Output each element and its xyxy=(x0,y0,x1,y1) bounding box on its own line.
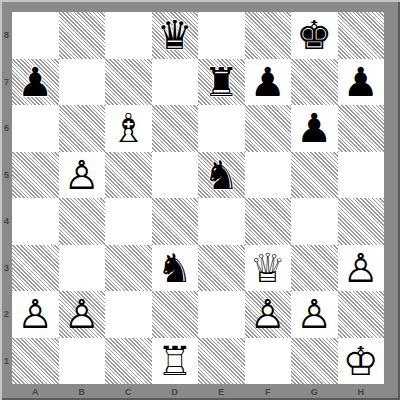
square-d4[interactable] xyxy=(152,198,199,245)
piece-white-pawn-h3[interactable]: ♟♙ xyxy=(338,245,385,292)
square-c3[interactable] xyxy=(105,245,152,292)
square-h6[interactable] xyxy=(338,105,385,152)
black-pawn-icon: ♟ xyxy=(338,59,385,106)
rank-label-8: 8 xyxy=(1,12,12,59)
piece-black-rook-e7[interactable]: ♜ xyxy=(198,59,245,106)
square-d6[interactable] xyxy=(152,105,199,152)
piece-white-pawn-g2[interactable]: ♟♙ xyxy=(291,291,338,338)
piece-white-pawn-b5[interactable]: ♟♙ xyxy=(59,152,106,199)
square-b6[interactable] xyxy=(59,105,106,152)
piece-white-queen-f3[interactable]: ♛♕ xyxy=(245,245,292,292)
square-c5[interactable] xyxy=(105,152,152,199)
square-b3[interactable] xyxy=(59,245,106,292)
file-label-e: E xyxy=(198,384,245,400)
file-label-b: B xyxy=(59,384,106,400)
square-g6[interactable]: ♟ xyxy=(291,105,338,152)
square-b2[interactable]: ♟♙ xyxy=(59,291,106,338)
piece-white-king-h1[interactable]: ♚♔ xyxy=(338,338,385,385)
square-d3[interactable]: ♞ xyxy=(152,245,199,292)
square-a8[interactable] xyxy=(12,12,59,59)
square-b4[interactable] xyxy=(59,198,106,245)
square-b7[interactable] xyxy=(59,59,106,106)
square-e2[interactable] xyxy=(198,291,245,338)
black-queen-icon: ♛ xyxy=(152,12,199,59)
square-b8[interactable] xyxy=(59,12,106,59)
piece-black-pawn-a7[interactable]: ♟ xyxy=(12,59,59,106)
black-knight-icon: ♞ xyxy=(198,152,245,199)
file-label-a: A xyxy=(12,384,59,400)
square-e4[interactable] xyxy=(198,198,245,245)
square-c6[interactable]: ♝♗ xyxy=(105,105,152,152)
square-h7[interactable]: ♟ xyxy=(338,59,385,106)
piece-black-pawn-h7[interactable]: ♟ xyxy=(338,59,385,106)
white-pawn-icon: ♙ xyxy=(59,152,106,199)
file-label-f: F xyxy=(245,384,292,400)
white-pawn-icon: ♙ xyxy=(12,291,59,338)
rank-label-7: 7 xyxy=(1,59,12,106)
square-g4[interactable] xyxy=(291,198,338,245)
piece-white-rook-d1[interactable]: ♜♖ xyxy=(152,338,199,385)
square-c1[interactable] xyxy=(105,338,152,385)
piece-black-king-g8[interactable]: ♚ xyxy=(291,12,338,59)
black-knight-icon: ♞ xyxy=(152,245,199,292)
white-bishop-icon: ♗ xyxy=(105,105,152,152)
black-pawn-icon: ♟ xyxy=(291,105,338,152)
square-d8[interactable]: ♛ xyxy=(152,12,199,59)
square-a2[interactable]: ♟♙ xyxy=(12,291,59,338)
square-d5[interactable] xyxy=(152,152,199,199)
black-pawn-icon: ♟ xyxy=(245,59,292,106)
square-h1[interactable]: ♚♔ xyxy=(338,338,385,385)
square-h3[interactable]: ♟♙ xyxy=(338,245,385,292)
rank-label-3: 3 xyxy=(1,245,12,292)
square-f3[interactable]: ♛♕ xyxy=(245,245,292,292)
white-pawn-icon: ♙ xyxy=(291,291,338,338)
rank-label-4: 4 xyxy=(1,198,12,245)
piece-white-pawn-f2[interactable]: ♟♙ xyxy=(245,291,292,338)
square-a4[interactable] xyxy=(12,198,59,245)
chessboard: ♛♚♟♜♟♟♝♗♟♟♙♞♞♛♕♟♙♟♙♟♙♟♙♟♙♜♖♚♔ xyxy=(12,12,384,384)
square-b5[interactable]: ♟♙ xyxy=(59,152,106,199)
piece-black-pawn-g6[interactable]: ♟ xyxy=(291,105,338,152)
square-e8[interactable] xyxy=(198,12,245,59)
square-a7[interactable]: ♟ xyxy=(12,59,59,106)
square-b1[interactable] xyxy=(59,338,106,385)
square-a5[interactable] xyxy=(12,152,59,199)
square-f5[interactable] xyxy=(245,152,292,199)
piece-white-pawn-b2[interactable]: ♟♙ xyxy=(59,291,106,338)
square-c2[interactable] xyxy=(105,291,152,338)
file-label-d: D xyxy=(152,384,199,400)
square-h4[interactable] xyxy=(338,198,385,245)
square-g2[interactable]: ♟♙ xyxy=(291,291,338,338)
square-e1[interactable] xyxy=(198,338,245,385)
square-g5[interactable] xyxy=(291,152,338,199)
square-c8[interactable] xyxy=(105,12,152,59)
white-pawn-icon: ♙ xyxy=(338,245,385,292)
square-e7[interactable]: ♜ xyxy=(198,59,245,106)
file-label-c: C xyxy=(105,384,152,400)
square-g7[interactable] xyxy=(291,59,338,106)
square-a6[interactable] xyxy=(12,105,59,152)
file-label-g: G xyxy=(291,384,338,400)
black-rook-icon: ♜ xyxy=(198,59,245,106)
square-e5[interactable]: ♞ xyxy=(198,152,245,199)
square-e6[interactable] xyxy=(198,105,245,152)
square-f4[interactable] xyxy=(245,198,292,245)
piece-white-bishop-c6[interactable]: ♝♗ xyxy=(105,105,152,152)
rank-label-1: 1 xyxy=(1,338,12,385)
square-g8[interactable]: ♚ xyxy=(291,12,338,59)
white-rook-icon: ♖ xyxy=(152,338,199,385)
white-king-icon: ♔ xyxy=(338,338,385,385)
piece-black-knight-d3[interactable]: ♞ xyxy=(152,245,199,292)
file-label-h: H xyxy=(338,384,385,400)
piece-white-pawn-a2[interactable]: ♟♙ xyxy=(12,291,59,338)
square-g3[interactable] xyxy=(291,245,338,292)
piece-black-knight-e5[interactable]: ♞ xyxy=(198,152,245,199)
black-king-icon: ♚ xyxy=(291,12,338,59)
square-f6[interactable] xyxy=(245,105,292,152)
black-pawn-icon: ♟ xyxy=(12,59,59,106)
rank-label-2: 2 xyxy=(1,291,12,338)
square-h8[interactable] xyxy=(338,12,385,59)
square-a3[interactable] xyxy=(12,245,59,292)
square-f8[interactable] xyxy=(245,12,292,59)
square-d2[interactable] xyxy=(152,291,199,338)
square-a1[interactable] xyxy=(12,338,59,385)
piece-black-pawn-f7[interactable]: ♟ xyxy=(245,59,292,106)
white-queen-icon: ♕ xyxy=(245,245,292,292)
square-g1[interactable] xyxy=(291,338,338,385)
piece-black-queen-d8[interactable]: ♛ xyxy=(152,12,199,59)
square-h5[interactable] xyxy=(338,152,385,199)
chessboard-frame: ♛♚♟♜♟♟♝♗♟♟♙♞♞♛♕♟♙♟♙♟♙♟♙♟♙♜♖♚♔ 87654321AB… xyxy=(0,0,400,400)
square-c4[interactable] xyxy=(105,198,152,245)
square-e3[interactable] xyxy=(198,245,245,292)
square-h2[interactable] xyxy=(338,291,385,338)
square-d1[interactable]: ♜♖ xyxy=(152,338,199,385)
square-f1[interactable] xyxy=(245,338,292,385)
rank-label-5: 5 xyxy=(1,152,12,199)
square-c7[interactable] xyxy=(105,59,152,106)
rank-label-6: 6 xyxy=(1,105,12,152)
square-d7[interactable] xyxy=(152,59,199,106)
square-f7[interactable]: ♟ xyxy=(245,59,292,106)
square-f2[interactable]: ♟♙ xyxy=(245,291,292,338)
white-pawn-icon: ♙ xyxy=(245,291,292,338)
white-pawn-icon: ♙ xyxy=(59,291,106,338)
